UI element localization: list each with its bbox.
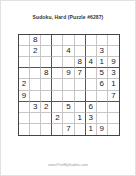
cell-r6c5	[63, 91, 74, 102]
cell-r6c4	[52, 91, 63, 102]
cell-r5c1: 2	[19, 79, 30, 90]
cell-r5c2	[30, 79, 41, 90]
cell-r9c1	[19, 124, 30, 135]
cell-r2c3	[41, 46, 52, 57]
printable-sudoku-page: Sudoku, Hard (Puzzle #6287) 824384198975…	[0, 0, 136, 176]
footer-url: www.PrintMySudoku.com	[1, 163, 135, 167]
cell-r4c5: 9	[63, 68, 74, 79]
cell-r2c1	[19, 46, 30, 57]
cell-r6c9: 7	[108, 91, 119, 102]
cell-r2c2: 2	[30, 46, 41, 57]
cell-r8c2	[30, 113, 41, 124]
cell-r8c8	[97, 113, 108, 124]
cell-r3c3	[41, 57, 52, 68]
cell-r8c3	[41, 113, 52, 124]
cell-r9c4	[52, 124, 63, 135]
cell-r8c6: 1	[75, 113, 86, 124]
cell-r7c1	[19, 102, 30, 113]
cell-r7c2: 3	[30, 102, 41, 113]
cell-r4c2	[30, 68, 41, 79]
cell-r5c9: 1	[108, 79, 119, 90]
cell-r7c8	[97, 102, 108, 113]
cell-r9c7: 1	[86, 124, 97, 135]
cell-r9c6	[75, 124, 86, 135]
cell-r6c8	[97, 91, 108, 102]
cell-r8c1	[19, 113, 30, 124]
cell-r8c5	[63, 113, 74, 124]
cell-r2c8: 3	[97, 46, 108, 57]
cell-r2c9	[108, 46, 119, 57]
cell-r3c6: 8	[75, 57, 86, 68]
cell-r1c4	[52, 35, 63, 46]
cell-r7c4	[52, 102, 63, 113]
cell-r4c6: 7	[75, 68, 86, 79]
cell-r3c4	[52, 57, 63, 68]
cell-r1c3	[41, 35, 52, 46]
cell-r1c9	[108, 35, 119, 46]
cell-r8c4: 2	[52, 113, 63, 124]
cell-r6c3	[41, 91, 52, 102]
cell-r4c7	[86, 68, 97, 79]
cell-r5c8: 6	[97, 79, 108, 90]
cell-r2c7	[86, 46, 97, 57]
cell-r1c6	[75, 35, 86, 46]
cell-r5c6	[75, 79, 86, 90]
cell-r1c8	[97, 35, 108, 46]
sudoku-board: 8243841989753261973256213719	[18, 34, 120, 136]
cell-r7c5: 5	[63, 102, 74, 113]
cell-r2c6	[75, 46, 86, 57]
cell-r1c5	[63, 35, 74, 46]
cell-r3c1	[19, 57, 30, 68]
cell-r6c6	[75, 91, 86, 102]
cell-r6c2	[30, 91, 41, 102]
cell-r4c8: 5	[97, 68, 108, 79]
cell-r1c7	[86, 35, 97, 46]
cell-r4c1	[19, 68, 30, 79]
cell-r8c7: 3	[86, 113, 97, 124]
cell-r7c3: 2	[41, 102, 52, 113]
cell-r9c5: 7	[63, 124, 74, 135]
cell-r2c4	[52, 46, 63, 57]
cell-r1c2: 8	[30, 35, 41, 46]
cell-r7c7: 6	[86, 102, 97, 113]
cell-r3c7: 4	[86, 57, 97, 68]
cell-r6c7	[86, 91, 97, 102]
cell-r7c9	[108, 102, 119, 113]
cell-r3c2	[30, 57, 41, 68]
cell-r7c6	[75, 102, 86, 113]
cell-r9c2	[30, 124, 41, 135]
cell-r9c8: 9	[97, 124, 108, 135]
cell-r5c5	[63, 79, 74, 90]
cell-r3c9: 9	[108, 57, 119, 68]
cell-r4c9: 3	[108, 68, 119, 79]
cell-r9c3	[41, 124, 52, 135]
puzzle-title: Sudoku, Hard (Puzzle #6287)	[1, 14, 135, 20]
cell-r6c1: 9	[19, 91, 30, 102]
cell-r4c3: 8	[41, 68, 52, 79]
cell-r2c5: 4	[63, 46, 74, 57]
cell-r5c4	[52, 79, 63, 90]
cell-r3c5	[63, 57, 74, 68]
cell-r3c8: 1	[97, 57, 108, 68]
cell-r1c1	[19, 35, 30, 46]
cell-r5c7	[86, 79, 97, 90]
cell-r8c9	[108, 113, 119, 124]
cell-r5c3	[41, 79, 52, 90]
cell-r9c9	[108, 124, 119, 135]
cell-r4c4	[52, 68, 63, 79]
